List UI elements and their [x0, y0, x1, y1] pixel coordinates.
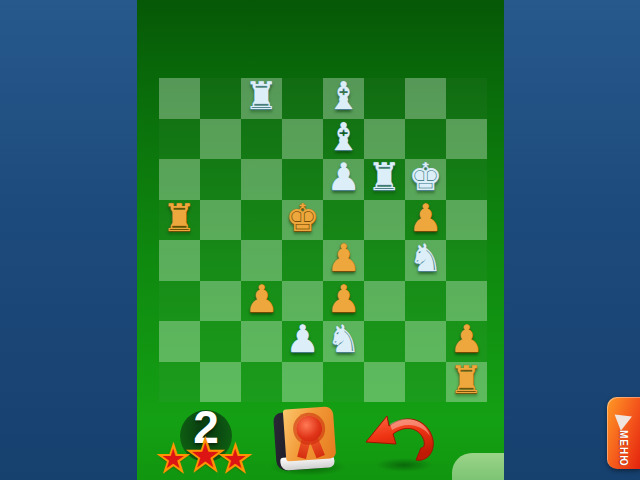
square-f1[interactable] [364, 362, 405, 403]
menu-tab[interactable]: МЕНЮ [607, 397, 640, 469]
square-h2[interactable]: ♟ [446, 321, 487, 362]
square-a6[interactable] [159, 159, 200, 200]
chess-board[interactable]: ♜♝♝♟♜♚♜♚♟♟♞♟♟♟♞♟♜ [159, 78, 487, 402]
square-d5[interactable]: ♚ [282, 200, 323, 241]
square-b3[interactable] [200, 281, 241, 322]
square-c4[interactable] [241, 240, 282, 281]
square-b8[interactable] [200, 78, 241, 119]
square-b6[interactable] [200, 159, 241, 200]
square-b5[interactable] [200, 200, 241, 241]
square-e5[interactable] [323, 200, 364, 241]
square-b2[interactable] [200, 321, 241, 362]
square-e7[interactable]: ♝ [323, 119, 364, 160]
square-f3[interactable] [364, 281, 405, 322]
piece-gold-pawn[interactable]: ♟ [323, 236, 364, 280]
square-a3[interactable] [159, 281, 200, 322]
square-d8[interactable] [282, 78, 323, 119]
game-panel: ♜♝♝♟♜♚♜♚♟♟♞♟♟♟♞♟♜ 2 ★ ★ ★ [137, 0, 504, 480]
square-a1[interactable] [159, 362, 200, 403]
piece-gold-pawn[interactable]: ♟ [446, 317, 487, 361]
square-a7[interactable] [159, 119, 200, 160]
undo-button[interactable] [363, 408, 439, 468]
square-c2[interactable] [241, 321, 282, 362]
piece-gold-rook[interactable]: ♜ [159, 196, 200, 240]
square-a2[interactable] [159, 321, 200, 362]
square-c1[interactable] [241, 362, 282, 403]
square-f8[interactable] [364, 78, 405, 119]
piece-white-bishop[interactable]: ♝ [323, 74, 364, 118]
square-c8[interactable]: ♜ [241, 78, 282, 119]
square-d2[interactable]: ♟ [282, 321, 323, 362]
rules-book-button[interactable] [273, 406, 341, 476]
piece-white-pawn[interactable]: ♟ [282, 317, 323, 361]
piece-white-knight[interactable]: ♞ [405, 236, 446, 280]
square-d4[interactable] [282, 240, 323, 281]
piece-white-rook[interactable]: ♜ [364, 155, 405, 199]
square-e8[interactable]: ♝ [323, 78, 364, 119]
piece-white-rook[interactable]: ♜ [241, 74, 282, 118]
bottom-sheet-corner[interactable] [452, 453, 504, 480]
piece-gold-king[interactable]: ♚ [282, 196, 323, 240]
square-c6[interactable] [241, 159, 282, 200]
square-g5[interactable]: ♟ [405, 200, 446, 241]
square-a4[interactable] [159, 240, 200, 281]
square-d3[interactable] [282, 281, 323, 322]
piece-white-bishop[interactable]: ♝ [323, 115, 364, 159]
square-f5[interactable] [364, 200, 405, 241]
square-b4[interactable] [200, 240, 241, 281]
square-f2[interactable] [364, 321, 405, 362]
square-d1[interactable] [282, 362, 323, 403]
square-f6[interactable]: ♜ [364, 159, 405, 200]
square-e3[interactable]: ♟ [323, 281, 364, 322]
square-f4[interactable] [364, 240, 405, 281]
menu-tab-label: МЕНЮ [607, 430, 640, 466]
app-root: { "game": "chess", "app": {"type": "ches… [0, 0, 640, 480]
piece-white-pawn[interactable]: ♟ [323, 155, 364, 199]
piece-gold-rook[interactable]: ♜ [446, 358, 487, 402]
square-b7[interactable] [200, 119, 241, 160]
square-h8[interactable] [446, 78, 487, 119]
square-e4[interactable]: ♟ [323, 240, 364, 281]
piece-gold-pawn[interactable]: ♟ [241, 277, 282, 321]
square-c7[interactable] [241, 119, 282, 160]
square-g8[interactable] [405, 78, 446, 119]
square-e6[interactable]: ♟ [323, 159, 364, 200]
square-c3[interactable]: ♟ [241, 281, 282, 322]
square-b1[interactable] [200, 362, 241, 403]
piece-gold-pawn[interactable]: ♟ [405, 196, 446, 240]
square-a5[interactable]: ♜ [159, 200, 200, 241]
square-f7[interactable] [364, 119, 405, 160]
square-h6[interactable] [446, 159, 487, 200]
triangle-icon [609, 407, 632, 430]
square-h7[interactable] [446, 119, 487, 160]
square-g2[interactable] [405, 321, 446, 362]
square-h3[interactable] [446, 281, 487, 322]
square-a8[interactable] [159, 78, 200, 119]
square-e1[interactable] [323, 362, 364, 403]
piece-white-knight[interactable]: ♞ [323, 317, 364, 361]
square-h5[interactable] [446, 200, 487, 241]
square-g1[interactable] [405, 362, 446, 403]
piece-white-king[interactable]: ♚ [405, 155, 446, 199]
square-h1[interactable]: ♜ [446, 362, 487, 403]
square-g3[interactable] [405, 281, 446, 322]
star-icon: ★ [157, 438, 189, 479]
square-g7[interactable] [405, 119, 446, 160]
square-c5[interactable] [241, 200, 282, 241]
square-h4[interactable] [446, 240, 487, 281]
square-e2[interactable]: ♞ [323, 321, 364, 362]
star-icon: ★ [219, 438, 251, 479]
square-g4[interactable]: ♞ [405, 240, 446, 281]
square-g6[interactable]: ♚ [405, 159, 446, 200]
square-d6[interactable] [282, 159, 323, 200]
piece-gold-pawn[interactable]: ♟ [323, 277, 364, 321]
square-d7[interactable] [282, 119, 323, 160]
